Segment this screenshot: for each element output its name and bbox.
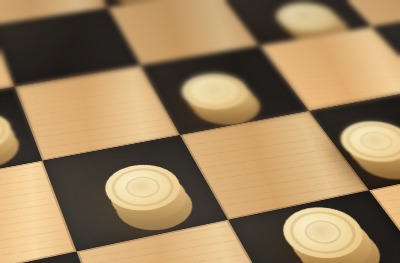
checker-piece-p6[interactable]: ⛀ <box>97 159 190 217</box>
checker-piece-p5[interactable]: ⛀ <box>0 108 17 158</box>
checker-piece-p7[interactable]: ⛀ <box>271 201 376 263</box>
checkers-photo: ⛀⛀⛀⛀⛀⛀⛀ <box>0 0 400 263</box>
checkers-board: ⛀⛀⛀⛀⛀⛀⛀ <box>0 0 400 263</box>
checker-piece-p3[interactable]: ⛀ <box>173 69 257 114</box>
checker-piece-p2[interactable]: ⛀ <box>268 0 346 35</box>
